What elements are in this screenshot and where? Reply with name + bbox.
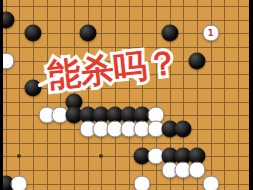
text-tail-dash-icon: [38, 72, 64, 88]
black-stone: [188, 52, 205, 69]
grid-line: [101, 0, 102, 190]
grid-line: [0, 156, 253, 157]
grid-line: [0, 20, 253, 21]
grid-line: [0, 102, 253, 103]
white-stone: [11, 175, 28, 190]
grid-line: [47, 0, 48, 190]
letterbox-left: [0, 0, 3, 190]
black-stone: [161, 25, 178, 42]
video-thumbnail: 1 能杀吗？: [0, 0, 253, 190]
grid-line: [115, 0, 116, 190]
grid-line: [129, 0, 130, 190]
letterbox-right: [249, 0, 253, 190]
black-stone: [79, 25, 96, 42]
black-stone: [175, 121, 192, 138]
grid-line: [19, 0, 20, 190]
move-number-label: 1: [207, 29, 213, 38]
white-stone: [188, 162, 205, 179]
grid-line: [224, 0, 225, 190]
go-board: 1: [0, 0, 253, 190]
white-stone-marked: 1: [202, 25, 219, 42]
white-stone: [134, 175, 151, 190]
grid-line: [0, 6, 253, 7]
grid-line: [0, 143, 253, 144]
white-stone: [202, 175, 219, 190]
star-point: [17, 154, 21, 158]
grid-line: [6, 0, 7, 190]
black-stone: [24, 25, 41, 42]
grid-line: [238, 0, 239, 190]
grid-line: [0, 170, 253, 171]
star-point: [99, 154, 103, 158]
